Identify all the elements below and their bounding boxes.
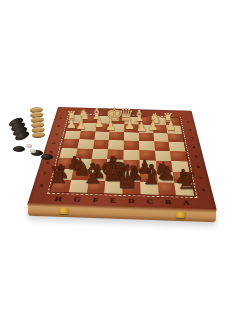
rank-label-7: 7 — [43, 171, 48, 176]
rank-label-8: 8 — [39, 183, 44, 188]
square-d5 — [123, 150, 139, 160]
square-d7 — [123, 170, 140, 182]
brass-latch-icon — [59, 208, 69, 214]
checkers-dark-stack — [9, 118, 31, 142]
file-label-c: C — [146, 198, 153, 205]
square-e5 — [107, 149, 123, 159]
square-e8 — [104, 181, 122, 194]
square-f5 — [91, 149, 108, 159]
rank-label-1: 1 — [186, 120, 189, 123]
square-f4 — [93, 140, 109, 150]
square-c8 — [140, 182, 158, 195]
square-c4 — [139, 141, 155, 151]
rank-label-4: 4 — [52, 141, 56, 145]
square-a8 — [174, 183, 194, 196]
rank-label-3: 3 — [190, 136, 194, 140]
square-e7 — [105, 170, 123, 182]
checker-disc — [32, 131, 45, 138]
square-a4 — [169, 142, 186, 152]
rank-label-4: 4 — [192, 145, 196, 149]
square-e4 — [108, 140, 124, 150]
square-d8 — [122, 182, 140, 195]
file-label-d: D — [128, 197, 134, 204]
rank-label-6: 6 — [196, 165, 200, 170]
rank-label-2: 2 — [188, 128, 191, 132]
file-label-a: A — [183, 199, 191, 206]
loose-light-checker-disc — [30, 149, 36, 153]
file-label-b: B — [165, 198, 172, 205]
file-label-f: F — [92, 196, 98, 203]
checkers-light-stack — [30, 107, 46, 138]
square-c6 — [139, 160, 156, 171]
square-f6 — [90, 159, 108, 170]
square-e6 — [106, 159, 123, 170]
rank-label-7: 7 — [199, 175, 203, 180]
square-b7 — [156, 171, 174, 183]
square-d3 — [124, 132, 139, 141]
square-d6 — [123, 160, 140, 171]
rank-label-2: 2 — [57, 124, 61, 127]
square-g6 — [73, 158, 91, 169]
square-f8 — [87, 181, 106, 194]
square-g4 — [77, 139, 94, 149]
square-c7 — [140, 171, 158, 183]
square-f3 — [94, 131, 110, 140]
rank-label-6: 6 — [46, 160, 50, 165]
rank-label-1: 1 — [59, 117, 63, 120]
chess-board-frame: HGFEDCBA 12345678 12345678 — [27, 107, 217, 211]
loose-dark-checker-disc — [41, 154, 53, 160]
chess-board-grid — [51, 115, 195, 196]
square-b5 — [155, 151, 172, 161]
square-f7 — [88, 169, 106, 181]
square-d4 — [124, 141, 139, 151]
square-g7 — [71, 169, 90, 181]
loose-dark-checker-disc — [13, 146, 25, 152]
file-label-e: E — [110, 197, 116, 204]
square-b8 — [157, 182, 176, 195]
rank-label-8: 8 — [201, 187, 205, 192]
product-photo-stage: HGFEDCBA 12345678 12345678 ♜♞♝♚♛♝♞♜♟♟♟♟♟… — [0, 0, 240, 327]
rank-label-3: 3 — [54, 133, 58, 137]
rank-label-5: 5 — [194, 154, 198, 158]
file-label-g: G — [73, 196, 81, 203]
brass-latch-icon — [176, 212, 186, 218]
square-c5 — [139, 150, 155, 160]
square-b6 — [155, 160, 173, 171]
square-a7 — [173, 172, 192, 184]
loose-light-checker-disc — [26, 144, 32, 148]
file-label-h: H — [54, 195, 62, 202]
square-g5 — [75, 148, 92, 158]
square-a5 — [170, 151, 187, 161]
square-a6 — [171, 161, 189, 172]
square-g8 — [69, 180, 89, 193]
square-b4 — [154, 141, 170, 151]
